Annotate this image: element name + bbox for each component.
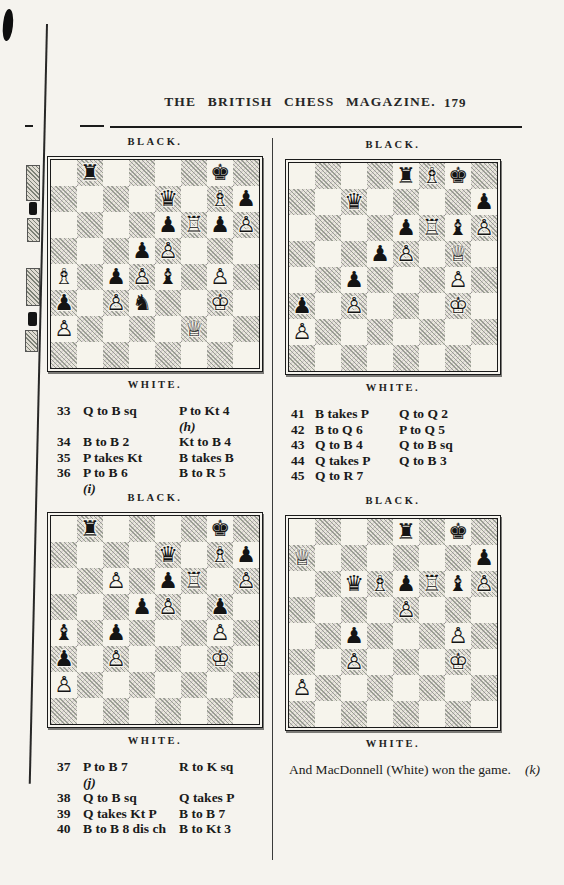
white-move: B to Q 6: [315, 422, 399, 438]
square-e6: ♟: [155, 212, 181, 238]
square-e7: [393, 189, 419, 215]
square-f5: [419, 241, 445, 267]
closing-note: (k): [525, 762, 540, 777]
square-h3: [233, 290, 259, 316]
piece-black-pawn: ♟: [210, 212, 230, 238]
square-a2: ♙: [289, 675, 315, 701]
square-d8: [129, 516, 155, 542]
piece-black-pawn: ♟: [344, 267, 364, 293]
square-f5: [181, 594, 207, 620]
square-f2: [419, 675, 445, 701]
square-h6: ♙: [233, 568, 259, 594]
square-g6: ♝: [445, 215, 471, 241]
square-b6: [315, 571, 341, 597]
square-c2: [341, 319, 367, 345]
square-e5: ♙: [393, 597, 419, 623]
square-f1: [419, 701, 445, 727]
square-h2: [471, 319, 497, 345]
square-c1: [341, 701, 367, 727]
square-b5: [77, 594, 103, 620]
square-c2: [103, 672, 129, 698]
square-f4: [181, 264, 207, 290]
square-c3: ♙: [341, 293, 367, 319]
piece-black-pawn: ♟: [236, 542, 256, 568]
figure-4: BLACK. ♜♚♕♟♛♗♟♖♝♙♙♟♙♙♔♙ WHITE. And MacDo…: [285, 495, 547, 779]
page-number: 179: [444, 95, 467, 111]
square-g3: ♔: [445, 649, 471, 675]
square-g5: ♟: [207, 594, 233, 620]
chess-board-2: ♜♗♚♛♟♟♖♝♙♟♙♕♟♙♟♙♔♙: [288, 162, 498, 372]
square-e4: ♝: [155, 264, 181, 290]
square-h7: ♟: [233, 542, 259, 568]
square-e7: ♛: [155, 186, 181, 212]
square-a1: [289, 701, 315, 727]
square-c4: ♟: [341, 267, 367, 293]
square-e3: [155, 646, 181, 672]
square-b7: [315, 189, 341, 215]
chess-board-3-frame: ♜♚♛♗♟♙♟♖♙♟♙♟♝♟♙♟♙♔♙: [47, 512, 263, 728]
facing-page-fragment: [27, 218, 40, 242]
square-e2: [155, 672, 181, 698]
square-f6: ♖: [419, 215, 445, 241]
square-g6: ♝: [445, 571, 471, 597]
square-a1: [51, 698, 77, 724]
square-g3: ♔: [207, 290, 233, 316]
square-b8: [315, 163, 341, 189]
square-d3: [367, 649, 393, 675]
black-label: BLACK.: [47, 492, 263, 503]
facing-page-fragment: [26, 268, 40, 306]
square-g2: [445, 675, 471, 701]
piece-black-pawn: ♟: [158, 568, 178, 594]
square-b6: [77, 568, 103, 594]
square-c6: ♛: [341, 571, 367, 597]
annotation-note: (h): [179, 419, 263, 435]
square-d3: [367, 293, 393, 319]
square-g5: [445, 597, 471, 623]
square-g5: ♕: [445, 241, 471, 267]
square-g3: ♔: [445, 293, 471, 319]
square-b5: [315, 241, 341, 267]
square-h6: ♙: [471, 571, 497, 597]
white-label: WHITE.: [285, 382, 501, 393]
column-divider: [272, 138, 273, 860]
move-number: 34: [57, 434, 83, 450]
white-label: WHITE.: [285, 738, 501, 749]
square-b6: [77, 212, 103, 238]
piece-black-pawn: ♟: [106, 620, 126, 646]
white-move: Q to B sq: [83, 403, 179, 434]
square-a5: [51, 594, 77, 620]
square-f1: [181, 342, 207, 368]
square-a7: [51, 542, 77, 568]
piece-black-rook: ♜: [80, 160, 100, 186]
square-f7: [181, 186, 207, 212]
piece-white-pawn: ♙: [236, 212, 256, 238]
square-e3: [393, 293, 419, 319]
square-d7: [367, 545, 393, 571]
square-d6: [129, 568, 155, 594]
square-e8: ♜: [393, 163, 419, 189]
piece-black-pawn: ♟: [396, 215, 416, 241]
piece-black-pawn: ♟: [344, 623, 364, 649]
square-h3: [233, 646, 259, 672]
piece-black-rook: ♜: [396, 519, 416, 545]
square-e4: [155, 620, 181, 646]
square-c1: [103, 698, 129, 724]
piece-white-pawn: ♙: [236, 568, 256, 594]
square-h5: [471, 241, 497, 267]
white-move: B to B 8 dis ch: [83, 821, 179, 837]
piece-black-king: ♚: [210, 516, 230, 542]
square-d2: [367, 675, 393, 701]
square-g2: [445, 319, 471, 345]
square-a8: [51, 160, 77, 186]
square-e1: [155, 698, 181, 724]
move-number: 38: [57, 790, 83, 806]
square-c3: ♙: [341, 649, 367, 675]
square-b2: [77, 672, 103, 698]
page-header: THE BRITISH CHESS MAGAZINE.: [120, 94, 480, 110]
square-d1: [367, 345, 393, 371]
square-f2: [419, 319, 445, 345]
chess-board-4: ♜♚♕♟♛♗♟♖♝♙♙♟♙♙♔♙: [288, 518, 498, 728]
square-a5: [289, 241, 315, 267]
square-g7: [445, 545, 471, 571]
piece-black-king: ♚: [448, 163, 468, 189]
piece-black-rook: ♜: [396, 163, 416, 189]
square-a7: ♕: [289, 545, 315, 571]
square-d7: [129, 542, 155, 568]
square-e3: [155, 290, 181, 316]
facing-page-fragment: [26, 165, 40, 201]
piece-white-pawn: ♙: [54, 672, 74, 698]
square-b1: [315, 345, 341, 371]
square-e5: ♙: [155, 594, 181, 620]
white-move: Q to B 4: [315, 437, 399, 453]
black-move: P to Kt 4 (h): [179, 403, 263, 434]
square-g6: [207, 568, 233, 594]
square-h4: [471, 267, 497, 293]
square-b8: ♜: [77, 160, 103, 186]
square-h2: [471, 675, 497, 701]
square-b2: [315, 319, 341, 345]
square-d2: [129, 316, 155, 342]
square-h2: [233, 672, 259, 698]
square-f7: [181, 542, 207, 568]
square-e5: ♙: [155, 238, 181, 264]
square-d8: [367, 519, 393, 545]
square-b8: ♜: [77, 516, 103, 542]
piece-white-pawn: ♙: [106, 568, 126, 594]
square-f2: ♕: [181, 316, 207, 342]
square-f2: [181, 672, 207, 698]
square-c2: [103, 316, 129, 342]
piece-black-queen: ♛: [158, 542, 178, 568]
square-b5: [77, 238, 103, 264]
square-d1: [129, 342, 155, 368]
piece-white-king: ♔: [448, 649, 468, 675]
piece-white-bishop: ♗: [422, 163, 442, 189]
piece-white-queen: ♕: [184, 316, 204, 342]
piece-black-pawn: ♟: [396, 571, 416, 597]
square-e8: [155, 516, 181, 542]
square-g7: ♗: [207, 186, 233, 212]
piece-white-bishop: ♗: [210, 542, 230, 568]
square-e5: ♙: [393, 241, 419, 267]
move-number: 35: [57, 450, 83, 466]
square-c5: [341, 241, 367, 267]
chess-board-2-frame: ♜♗♚♛♟♟♖♝♙♟♙♕♟♙♟♙♔♙: [285, 159, 501, 375]
piece-black-bishop: ♝: [54, 620, 74, 646]
square-a1: [51, 342, 77, 368]
piece-white-king: ♔: [210, 290, 230, 316]
square-a5: [51, 238, 77, 264]
square-h6: ♙: [471, 215, 497, 241]
square-b3: [77, 290, 103, 316]
square-c1: [103, 342, 129, 368]
square-f8: [181, 516, 207, 542]
square-a4: [289, 267, 315, 293]
square-e1: [155, 342, 181, 368]
piece-black-pawn: ♟: [210, 594, 230, 620]
square-d3: [129, 646, 155, 672]
square-e6: ♟: [393, 571, 419, 597]
square-e2: [393, 319, 419, 345]
white-label: WHITE.: [47, 735, 263, 746]
move-number: 45: [291, 468, 315, 484]
header-rule-dash: [25, 125, 33, 127]
square-e2: [155, 316, 181, 342]
square-a3: [289, 649, 315, 675]
square-f8: [419, 519, 445, 545]
square-g4: ♙: [207, 264, 233, 290]
piece-white-pawn: ♙: [132, 264, 152, 290]
square-b7: [315, 545, 341, 571]
piece-white-pawn: ♙: [396, 241, 416, 267]
square-h1: [233, 698, 259, 724]
square-d7: [129, 186, 155, 212]
square-h6: ♙: [233, 212, 259, 238]
black-move: B takes B: [179, 450, 263, 466]
square-g1: [207, 342, 233, 368]
square-d2: [129, 672, 155, 698]
square-b7: [77, 186, 103, 212]
piece-black-pawn: ♟: [370, 241, 390, 267]
square-a3: ♟: [51, 646, 77, 672]
piece-black-pawn: ♟: [106, 264, 126, 290]
square-g1: [207, 698, 233, 724]
square-g8: ♚: [207, 516, 233, 542]
square-h5: [471, 597, 497, 623]
facing-page-fragment: [29, 202, 37, 215]
piece-white-queen: ♕: [448, 241, 468, 267]
piece-black-rook: ♜: [80, 516, 100, 542]
square-f7: [419, 189, 445, 215]
move-number: 39: [57, 806, 83, 822]
black-move: R to K sq: [179, 759, 263, 790]
piece-white-pawn: ♙: [292, 675, 312, 701]
square-a2: ♙: [51, 672, 77, 698]
square-a6: [51, 212, 77, 238]
facing-page-fragment: [25, 330, 38, 352]
square-e7: [393, 545, 419, 571]
square-c7: [103, 186, 129, 212]
square-f6: ♖: [419, 571, 445, 597]
square-c8: [341, 163, 367, 189]
square-e4: [393, 267, 419, 293]
white-label: WHITE.: [47, 379, 263, 390]
square-a3: ♟: [289, 293, 315, 319]
square-g1: [445, 345, 471, 371]
square-b4: [315, 267, 341, 293]
piece-black-king: ♚: [448, 519, 468, 545]
move-list-2: 41B takes PQ to Q 242B to Q 6P to Q 543Q…: [291, 406, 501, 484]
piece-white-rook: ♖: [184, 568, 204, 594]
square-a1: [289, 345, 315, 371]
square-d6: [367, 215, 393, 241]
square-c8: [103, 516, 129, 542]
square-g8: ♚: [445, 519, 471, 545]
square-c7: [103, 542, 129, 568]
piece-black-pawn: ♟: [474, 545, 494, 571]
square-g4: ♙: [445, 623, 471, 649]
move-number: 37: [57, 759, 83, 790]
square-f3: [419, 649, 445, 675]
move-number: 44: [291, 453, 315, 469]
square-d4: [129, 620, 155, 646]
square-e6: ♟: [155, 568, 181, 594]
square-b1: [315, 701, 341, 727]
piece-white-pawn: ♙: [448, 623, 468, 649]
square-g2: [207, 316, 233, 342]
facing-page-fragment: [28, 312, 37, 326]
square-h2: [233, 316, 259, 342]
square-a4: [289, 623, 315, 649]
black-move: B to Kt 3: [179, 821, 263, 837]
piece-white-pawn: ♙: [344, 293, 364, 319]
piece-black-pawn: ♟: [292, 293, 312, 319]
square-h8: [233, 516, 259, 542]
piece-black-bishop: ♝: [448, 571, 468, 597]
square-h5: [233, 594, 259, 620]
piece-black-pawn: ♟: [236, 186, 256, 212]
square-d8: [129, 160, 155, 186]
white-move: P to B 7 (j): [83, 759, 179, 790]
square-a8: [289, 519, 315, 545]
move-number: 40: [57, 821, 83, 837]
square-d4: ♙: [129, 264, 155, 290]
header-rule-left: [80, 125, 104, 127]
square-h1: [471, 701, 497, 727]
piece-white-bishop: ♗: [210, 186, 230, 212]
move-number: 33: [57, 403, 83, 434]
square-c5: [103, 238, 129, 264]
square-c8: [103, 160, 129, 186]
square-a8: [51, 516, 77, 542]
black-move: B to B 7: [179, 806, 263, 822]
square-f1: [181, 698, 207, 724]
white-move: P takes Kt: [83, 450, 179, 466]
square-e6: ♟: [393, 215, 419, 241]
square-d4: [367, 623, 393, 649]
square-c3: ♙: [103, 646, 129, 672]
black-label: BLACK.: [47, 136, 263, 147]
square-a2: ♙: [51, 316, 77, 342]
move-number: 43: [291, 437, 315, 453]
square-g1: [445, 701, 471, 727]
square-b6: [315, 215, 341, 241]
square-d2: [367, 319, 393, 345]
header-rule-main: [110, 126, 522, 128]
square-b4: [77, 620, 103, 646]
square-h7: ♟: [471, 545, 497, 571]
chess-board-3: ♜♚♛♗♟♙♟♖♙♟♙♟♝♟♙♟♙♔♙: [50, 515, 260, 725]
square-h4: [471, 623, 497, 649]
square-a7: [51, 186, 77, 212]
square-e3: [393, 649, 419, 675]
square-b2: [315, 675, 341, 701]
chess-board-1: ♜♚♛♗♟♟♖♟♙♟♙♗♟♙♝♙♟♙♞♔♙♕: [50, 159, 260, 369]
square-h5: [233, 238, 259, 264]
square-c5: [341, 597, 367, 623]
square-f4: [419, 623, 445, 649]
binding-gutter-line: [29, 24, 49, 784]
square-a3: ♟: [51, 290, 77, 316]
closing-text: And MacDonnell (White) won the game.(k): [289, 761, 547, 779]
white-move: B to B 2: [83, 434, 179, 450]
square-d5: [367, 597, 393, 623]
piece-white-pawn: ♙: [106, 646, 126, 672]
square-b2: [77, 316, 103, 342]
move-list-3: 37P to B 7 (j)R to K sq38Q to B sqQ take…: [57, 759, 263, 837]
move-number: 41: [291, 406, 315, 422]
ink-blob: [1, 9, 14, 42]
chess-board-4-frame: ♜♚♕♟♛♗♟♖♝♙♙♟♙♙♔♙: [285, 515, 501, 731]
square-a4: ♗: [51, 264, 77, 290]
square-b8: [315, 519, 341, 545]
square-a2: ♙: [289, 319, 315, 345]
piece-black-queen: ♛: [344, 571, 364, 597]
square-f1: [419, 345, 445, 371]
square-d4: [367, 267, 393, 293]
square-a7: [289, 189, 315, 215]
square-b4: [77, 264, 103, 290]
piece-white-rook: ♖: [422, 215, 442, 241]
square-c4: ♟: [103, 620, 129, 646]
piece-white-pawn: ♙: [448, 267, 468, 293]
square-g2: [207, 672, 233, 698]
figure-2: BLACK. ♜♗♚♛♟♟♖♝♙♟♙♕♟♙♟♙♔♙ WHITE. 41B tak…: [285, 139, 501, 484]
square-e8: [155, 160, 181, 186]
square-b4: [315, 623, 341, 649]
piece-white-pawn: ♙: [474, 571, 494, 597]
square-c6: [103, 212, 129, 238]
square-b1: [77, 342, 103, 368]
piece-white-bishop: ♗: [370, 571, 390, 597]
piece-white-pawn: ♙: [106, 290, 126, 316]
figure-3: BLACK. ♜♚♛♗♟♙♟♖♙♟♙♟♝♟♙♟♙♔♙ WHITE. 37P to…: [47, 492, 263, 837]
piece-white-pawn: ♙: [344, 649, 364, 675]
square-b5: [315, 597, 341, 623]
black-move: Kt to B 4: [179, 434, 263, 450]
square-c6: [341, 215, 367, 241]
white-move: Q takes P: [315, 453, 399, 469]
square-d6: [129, 212, 155, 238]
square-g7: ♗: [207, 542, 233, 568]
square-f4: [419, 267, 445, 293]
move-list-1: 33Q to B sqP to Kt 4 (h)34B to B 2Kt to …: [57, 403, 263, 496]
